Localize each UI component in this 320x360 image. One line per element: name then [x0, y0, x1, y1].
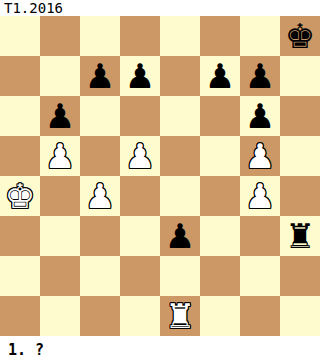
- square-c7[interactable]: ♟: [80, 56, 120, 96]
- square-f1[interactable]: [200, 296, 240, 336]
- square-b8[interactable]: [40, 16, 80, 56]
- square-c1[interactable]: [80, 296, 120, 336]
- square-e2[interactable]: [160, 256, 200, 296]
- square-g3[interactable]: [240, 216, 280, 256]
- square-g1[interactable]: [240, 296, 280, 336]
- white-pawn: ♟: [245, 136, 275, 176]
- square-c5[interactable]: [80, 136, 120, 176]
- square-b3[interactable]: [40, 216, 80, 256]
- square-h4[interactable]: [280, 176, 320, 216]
- black-pawn: ♟: [245, 56, 275, 96]
- square-h8[interactable]: ♚: [280, 16, 320, 56]
- square-h5[interactable]: [280, 136, 320, 176]
- chess-puzzle-page: T1.2016 ♚♟♟♟♟♟♟♟♟♟♚♟♟♟♜♜ 1. ?: [0, 0, 320, 360]
- square-f4[interactable]: [200, 176, 240, 216]
- square-f8[interactable]: [200, 16, 240, 56]
- square-e1[interactable]: ♜: [160, 296, 200, 336]
- square-e8[interactable]: [160, 16, 200, 56]
- black-rook: ♜: [285, 216, 315, 256]
- square-g2[interactable]: [240, 256, 280, 296]
- square-b5[interactable]: ♟: [40, 136, 80, 176]
- square-d4[interactable]: [120, 176, 160, 216]
- square-a5[interactable]: [0, 136, 40, 176]
- square-h7[interactable]: [280, 56, 320, 96]
- square-h6[interactable]: [280, 96, 320, 136]
- square-e6[interactable]: [160, 96, 200, 136]
- black-pawn: ♟: [165, 216, 195, 256]
- square-a8[interactable]: [0, 16, 40, 56]
- square-f6[interactable]: [200, 96, 240, 136]
- square-b4[interactable]: [40, 176, 80, 216]
- square-g7[interactable]: ♟: [240, 56, 280, 96]
- puzzle-title: T1.2016: [0, 0, 320, 16]
- square-a1[interactable]: [0, 296, 40, 336]
- black-pawn: ♟: [45, 96, 75, 136]
- square-a6[interactable]: [0, 96, 40, 136]
- square-c8[interactable]: [80, 16, 120, 56]
- square-c2[interactable]: [80, 256, 120, 296]
- square-d1[interactable]: [120, 296, 160, 336]
- white-pawn: ♟: [245, 176, 275, 216]
- white-rook: ♜: [165, 296, 195, 336]
- black-pawn: ♟: [85, 56, 115, 96]
- square-b7[interactable]: [40, 56, 80, 96]
- square-d5[interactable]: ♟: [120, 136, 160, 176]
- square-f7[interactable]: ♟: [200, 56, 240, 96]
- white-king: ♚: [5, 176, 35, 216]
- square-h2[interactable]: [280, 256, 320, 296]
- black-pawn: ♟: [205, 56, 235, 96]
- square-b2[interactable]: [40, 256, 80, 296]
- square-d8[interactable]: [120, 16, 160, 56]
- square-b1[interactable]: [40, 296, 80, 336]
- square-d7[interactable]: ♟: [120, 56, 160, 96]
- square-c3[interactable]: [80, 216, 120, 256]
- square-g4[interactable]: ♟: [240, 176, 280, 216]
- square-g6[interactable]: ♟: [240, 96, 280, 136]
- square-d6[interactable]: [120, 96, 160, 136]
- square-g5[interactable]: ♟: [240, 136, 280, 176]
- square-d3[interactable]: [120, 216, 160, 256]
- square-e3[interactable]: ♟: [160, 216, 200, 256]
- square-g8[interactable]: [240, 16, 280, 56]
- square-a3[interactable]: [0, 216, 40, 256]
- white-pawn: ♟: [45, 136, 75, 176]
- move-prompt: 1. ?: [0, 336, 320, 360]
- chess-board: ♚♟♟♟♟♟♟♟♟♟♚♟♟♟♜♜: [0, 16, 320, 336]
- square-a7[interactable]: [0, 56, 40, 96]
- square-a2[interactable]: [0, 256, 40, 296]
- square-f3[interactable]: [200, 216, 240, 256]
- black-king: ♚: [285, 16, 315, 56]
- square-f2[interactable]: [200, 256, 240, 296]
- square-c6[interactable]: [80, 96, 120, 136]
- square-f5[interactable]: [200, 136, 240, 176]
- black-pawn: ♟: [245, 96, 275, 136]
- square-h1[interactable]: [280, 296, 320, 336]
- square-c4[interactable]: ♟: [80, 176, 120, 216]
- square-b6[interactable]: ♟: [40, 96, 80, 136]
- square-e5[interactable]: [160, 136, 200, 176]
- square-e4[interactable]: [160, 176, 200, 216]
- white-pawn: ♟: [125, 136, 155, 176]
- black-pawn: ♟: [125, 56, 155, 96]
- square-a4[interactable]: ♚: [0, 176, 40, 216]
- square-d2[interactable]: [120, 256, 160, 296]
- white-pawn: ♟: [85, 176, 115, 216]
- square-e7[interactable]: [160, 56, 200, 96]
- square-h3[interactable]: ♜: [280, 216, 320, 256]
